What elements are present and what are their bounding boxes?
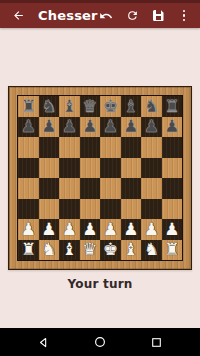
square-a5[interactable]: [18, 158, 39, 179]
black-pawn: ♟: [21, 118, 36, 135]
white-pawn: ♟: [144, 220, 159, 237]
white-king: ♚: [103, 241, 118, 258]
black-knight: ♞: [41, 97, 56, 114]
square-f6[interactable]: [121, 137, 142, 158]
square-b5[interactable]: [39, 158, 60, 179]
white-knight: ♞: [144, 241, 159, 258]
nav-home-icon[interactable]: [93, 335, 108, 350]
white-bishop: ♝: [123, 241, 138, 258]
white-rook: ♜: [21, 241, 36, 258]
page-title: Chesser: [38, 8, 98, 23]
nav-back-icon[interactable]: [36, 335, 51, 350]
floppy-label: [156, 16, 161, 20]
white-pawn: ♟: [82, 220, 97, 237]
square-g2[interactable]: ♟: [141, 219, 162, 240]
square-h1[interactable]: ♜: [162, 240, 183, 261]
square-h3[interactable]: [162, 199, 183, 220]
white-pawn: ♟: [123, 220, 138, 237]
square-f8[interactable]: ♝: [121, 96, 142, 117]
square-a3[interactable]: [18, 199, 39, 220]
square-h2[interactable]: ♟: [162, 219, 183, 240]
square-b2[interactable]: ♟: [39, 219, 60, 240]
black-pawn: ♟: [103, 118, 118, 135]
floppy-shutter: [156, 10, 161, 14]
undo-icon[interactable]: [98, 8, 114, 24]
status-bar: [0, 0, 200, 3]
black-rook: ♜: [21, 97, 36, 114]
white-pawn: ♟: [103, 220, 118, 237]
square-h4[interactable]: [162, 178, 183, 199]
square-c2[interactable]: ♟: [59, 219, 80, 240]
square-g3[interactable]: [141, 199, 162, 220]
square-b8[interactable]: ♞: [39, 96, 60, 117]
square-c5[interactable]: [59, 158, 80, 179]
white-pawn: ♟: [21, 220, 36, 237]
white-knight: ♞: [41, 241, 56, 258]
square-b7[interactable]: ♟: [39, 117, 60, 138]
black-pawn: ♟: [144, 118, 159, 135]
square-f4[interactable]: [121, 178, 142, 199]
black-bishop: ♝: [62, 97, 77, 114]
square-c7[interactable]: ♟: [59, 117, 80, 138]
square-h5[interactable]: [162, 158, 183, 179]
black-bishop: ♝: [123, 97, 138, 114]
square-a1[interactable]: ♜: [18, 240, 39, 261]
nav-recents-icon[interactable]: [149, 335, 164, 350]
board-frame: ♜♞♝♛♚♝♞♜♟♟♟♟♟♟♟♟♟♟♟♟♟♟♟♟♜♞♝♛♚♝♞♜: [8, 86, 192, 270]
square-c3[interactable]: [59, 199, 80, 220]
square-c6[interactable]: [59, 137, 80, 158]
square-d3[interactable]: [80, 199, 101, 220]
square-g5[interactable]: [141, 158, 162, 179]
black-rook: ♜: [164, 97, 179, 114]
android-nav-bar: [0, 328, 200, 356]
toolbar-actions: [98, 8, 192, 24]
square-g4[interactable]: [141, 178, 162, 199]
black-pawn: ♟: [82, 118, 97, 135]
square-a2[interactable]: ♟: [18, 219, 39, 240]
square-b1[interactable]: ♞: [39, 240, 60, 261]
black-knight: ♞: [144, 97, 159, 114]
square-f3[interactable]: [121, 199, 142, 220]
black-pawn: ♟: [164, 118, 179, 135]
black-pawn: ♟: [123, 118, 138, 135]
square-d2[interactable]: ♟: [80, 219, 101, 240]
square-d7[interactable]: ♟: [80, 117, 101, 138]
refresh-icon[interactable]: [124, 8, 140, 24]
square-g8[interactable]: ♞: [141, 96, 162, 117]
square-c4[interactable]: [59, 178, 80, 199]
white-queen: ♛: [82, 241, 97, 258]
square-d8[interactable]: ♛: [80, 96, 101, 117]
chess-board: ♜♞♝♛♚♝♞♜♟♟♟♟♟♟♟♟♟♟♟♟♟♟♟♟♜♞♝♛♚♝♞♜: [17, 95, 183, 261]
square-b6[interactable]: [39, 137, 60, 158]
square-g7[interactable]: ♟: [141, 117, 162, 138]
white-pawn: ♟: [41, 220, 56, 237]
square-a4[interactable]: [18, 178, 39, 199]
square-e3[interactable]: [100, 199, 121, 220]
white-bishop: ♝: [62, 241, 77, 258]
square-c1[interactable]: ♝: [59, 240, 80, 261]
square-b4[interactable]: [39, 178, 60, 199]
square-e1[interactable]: ♚: [100, 240, 121, 261]
square-e5[interactable]: [100, 158, 121, 179]
white-rook: ♜: [164, 241, 179, 258]
square-f1[interactable]: ♝: [121, 240, 142, 261]
overflow-menu-icon[interactable]: [176, 8, 192, 24]
square-f5[interactable]: [121, 158, 142, 179]
save-icon[interactable]: [150, 8, 166, 24]
square-f2[interactable]: ♟: [121, 219, 142, 240]
black-pawn: ♟: [62, 118, 77, 135]
square-d1[interactable]: ♛: [80, 240, 101, 261]
black-pawn: ♟: [41, 118, 56, 135]
square-h8[interactable]: ♜: [162, 96, 183, 117]
square-c8[interactable]: ♝: [59, 96, 80, 117]
square-e7[interactable]: ♟: [100, 117, 121, 138]
black-queen: ♛: [82, 97, 97, 114]
app-bar: Chesser: [0, 0, 200, 28]
white-pawn: ♟: [62, 220, 77, 237]
square-a6[interactable]: [18, 137, 39, 158]
square-b3[interactable]: [39, 199, 60, 220]
square-e4[interactable]: [100, 178, 121, 199]
square-h6[interactable]: [162, 137, 183, 158]
white-pawn: ♟: [164, 220, 179, 237]
back-arrow-icon[interactable]: [10, 8, 26, 24]
square-h7[interactable]: ♟: [162, 117, 183, 138]
square-e2[interactable]: ♟: [100, 219, 121, 240]
square-d6[interactable]: [80, 137, 101, 158]
square-e6[interactable]: [100, 137, 121, 158]
square-f7[interactable]: ♟: [121, 117, 142, 138]
black-king: ♚: [103, 97, 118, 114]
square-g6[interactable]: [141, 137, 162, 158]
square-d4[interactable]: [80, 178, 101, 199]
square-a7[interactable]: ♟: [18, 117, 39, 138]
app-screen: Chesser ♜♞♝♛: [0, 0, 200, 356]
turn-status-text: Your turn: [0, 277, 200, 291]
square-e8[interactable]: ♚: [100, 96, 121, 117]
square-d5[interactable]: [80, 158, 101, 179]
square-a8[interactable]: ♜: [18, 96, 39, 117]
square-g1[interactable]: ♞: [141, 240, 162, 261]
